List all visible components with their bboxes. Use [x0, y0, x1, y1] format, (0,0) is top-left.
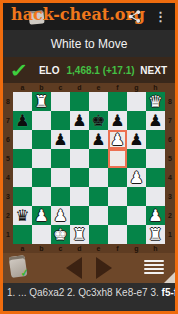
- rank-label-6: 6: [3, 130, 13, 149]
- rank-label-5: 5: [165, 149, 175, 168]
- square-e6[interactable]: ♟: [89, 130, 108, 149]
- rank-label-8: 8: [165, 92, 175, 111]
- move-list-text: 1. ... Qa6xa2 2. Qc3xh8 Ke8-e7 3.: [7, 287, 159, 298]
- square-a1[interactable]: [13, 225, 32, 244]
- menu-icon[interactable]: [143, 259, 165, 275]
- file-label-a: a: [13, 244, 32, 253]
- square-e5[interactable]: [89, 149, 108, 168]
- black-pawn-d7: ♟: [70, 111, 89, 130]
- square-g7[interactable]: [127, 111, 146, 130]
- square-e3[interactable]: [89, 187, 108, 206]
- square-c4[interactable]: [51, 168, 70, 187]
- black-pawn-g6: ♟: [127, 130, 146, 149]
- prev-move-button[interactable]: [66, 257, 82, 279]
- square-b3[interactable]: [32, 187, 51, 206]
- square-g1[interactable]: [127, 225, 146, 244]
- file-labels-bottom: abcdefgh: [3, 244, 175, 253]
- square-h5[interactable]: [146, 149, 165, 168]
- square-b5[interactable]: [32, 149, 51, 168]
- square-b6[interactable]: [32, 130, 51, 149]
- square-f3[interactable]: [108, 187, 127, 206]
- bottom-toolbar: ✓: [3, 253, 175, 283]
- black-pawn-a7: ♟: [13, 111, 32, 130]
- square-c1[interactable]: ♚: [51, 225, 70, 244]
- black-pawn-h7: ♟: [146, 111, 165, 130]
- square-c2[interactable]: ♟: [51, 206, 70, 225]
- action-bar: hack-cheat.org ⋮: [3, 3, 175, 30]
- rank-label-5: 5: [3, 149, 13, 168]
- square-e4[interactable]: [89, 168, 108, 187]
- square-a7[interactable]: ♟: [13, 111, 32, 130]
- rank-label-2: 2: [165, 206, 175, 225]
- square-f2[interactable]: [108, 206, 127, 225]
- file-labels-top: abcdefgh: [3, 83, 175, 92]
- file-label-c: c: [51, 244, 70, 253]
- chess-board: abcdefgh 87654321 ♜♛♟♟♚♟♟♟♟♟♟♟♛♟♟♟♚♜♜ 87…: [3, 83, 175, 253]
- square-a2[interactable]: ♛: [13, 206, 32, 225]
- elo-bar: ✓ ELO 1,468.1 (+17.1) NEXT: [3, 57, 175, 83]
- solved-puzzle-icon[interactable]: ✓: [9, 255, 28, 278]
- rank-label-2: 2: [3, 206, 13, 225]
- square-f6[interactable]: ♟: [108, 130, 127, 149]
- board-grid: ♜♛♟♟♚♟♟♟♟♟♟♟♛♟♟♟♚♜♜: [13, 92, 165, 244]
- file-label-d: d: [70, 83, 89, 92]
- file-label-h: h: [146, 83, 165, 92]
- square-a6[interactable]: [13, 130, 32, 149]
- next-button[interactable]: NEXT: [140, 65, 167, 76]
- square-f5[interactable]: [108, 149, 127, 168]
- elo-rating: 1,468.1 (+17.1): [66, 65, 134, 76]
- file-label-a: a: [13, 83, 32, 92]
- square-b4[interactable]: [32, 168, 51, 187]
- move-list[interactable]: 1. ... Qa6xa2 2. Qc3xh8 Ke8-e7 3. f5-f6: [3, 283, 175, 311]
- current-move: f5-f6: [162, 287, 178, 298]
- square-a8[interactable]: [13, 92, 32, 111]
- rank-label-3: 3: [165, 187, 175, 206]
- file-label-h: h: [146, 244, 165, 253]
- elo-label: ELO: [39, 65, 60, 76]
- black-king-e7: ♚: [89, 111, 108, 130]
- square-b7[interactable]: [32, 111, 51, 130]
- square-h4[interactable]: [146, 168, 165, 187]
- next-move-button[interactable]: [96, 257, 112, 279]
- square-h2[interactable]: ♟: [146, 206, 165, 225]
- square-d3[interactable]: [70, 187, 89, 206]
- file-label-f: f: [108, 83, 127, 92]
- black-pawn-c6: ♟: [51, 130, 70, 149]
- square-h7[interactable]: ♟: [146, 111, 165, 130]
- file-label-g: g: [127, 83, 146, 92]
- white-rook-h1: ♜: [146, 225, 165, 244]
- square-h8[interactable]: ♛: [146, 92, 165, 111]
- square-h3[interactable]: [146, 187, 165, 206]
- square-c8[interactable]: [51, 92, 70, 111]
- white-king-c1: ♚: [51, 225, 70, 244]
- black-pawn-e6: ♟: [89, 130, 108, 149]
- white-pawn-b2: ♟: [32, 206, 51, 225]
- square-g2[interactable]: [127, 206, 146, 225]
- white-rook-d1: ♜: [70, 225, 89, 244]
- square-f1[interactable]: [108, 225, 127, 244]
- square-c7[interactable]: [51, 111, 70, 130]
- square-c5[interactable]: [51, 149, 70, 168]
- file-label-g: g: [127, 244, 146, 253]
- square-h6[interactable]: [146, 130, 165, 149]
- file-label-c: c: [51, 83, 70, 92]
- file-label-e: e: [89, 244, 108, 253]
- square-e7[interactable]: ♚: [89, 111, 108, 130]
- resize-corner-icon: [164, 272, 175, 283]
- square-g3[interactable]: [127, 187, 146, 206]
- square-d2[interactable]: [70, 206, 89, 225]
- square-d1[interactable]: ♜: [70, 225, 89, 244]
- square-b8[interactable]: ♜: [32, 92, 51, 111]
- square-g6[interactable]: ♟: [127, 130, 146, 149]
- correct-check-icon: ✓: [9, 61, 28, 80]
- white-rook-b8: ♜: [32, 92, 51, 111]
- white-pawn-f6: ♟: [108, 130, 127, 149]
- square-c3[interactable]: [51, 187, 70, 206]
- white-queen-h8: ♛: [146, 92, 165, 111]
- file-label-b: b: [32, 83, 51, 92]
- black-queen-a2: ♛: [13, 206, 32, 225]
- square-d5[interactable]: [70, 149, 89, 168]
- file-label-f: f: [108, 244, 127, 253]
- status-title: White to Move: [51, 37, 128, 51]
- square-a4[interactable]: [13, 168, 32, 187]
- square-e8[interactable]: [89, 92, 108, 111]
- square-d4[interactable]: [70, 168, 89, 187]
- square-d8[interactable]: [70, 92, 89, 111]
- white-pawn-g4: ♟: [127, 168, 146, 187]
- black-pawn-f7: ♟: [108, 111, 127, 130]
- square-g4[interactable]: ♟: [127, 168, 146, 187]
- rank-label-8: 8: [3, 92, 13, 111]
- square-b2[interactable]: ♟: [32, 206, 51, 225]
- square-g5[interactable]: [127, 149, 146, 168]
- white-pawn-c2: ♟: [51, 206, 70, 225]
- file-label-e: e: [89, 83, 108, 92]
- app-window: hack-cheat.org ⋮ White to Move ✓ ELO 1,4…: [0, 0, 178, 314]
- square-d6[interactable]: [70, 130, 89, 149]
- share-icon[interactable]: [127, 9, 142, 24]
- rank-label-3: 3: [3, 187, 13, 206]
- square-g8[interactable]: [127, 92, 146, 111]
- rank-label-1: 1: [3, 225, 13, 244]
- rank-label-4: 4: [165, 168, 175, 187]
- square-a3[interactable]: [13, 187, 32, 206]
- rank-label-7: 7: [3, 111, 13, 130]
- square-c6[interactable]: ♟: [51, 130, 70, 149]
- square-b1[interactable]: [32, 225, 51, 244]
- white-pawn-h2: ♟: [146, 206, 165, 225]
- square-h1[interactable]: ♜: [146, 225, 165, 244]
- rank-label-6: 6: [165, 130, 175, 149]
- square-a5[interactable]: [13, 149, 32, 168]
- file-label-b: b: [32, 244, 51, 253]
- square-f4[interactable]: [108, 168, 127, 187]
- file-label-d: d: [70, 244, 89, 253]
- rank-labels-right: 87654321: [165, 92, 175, 244]
- square-d7[interactable]: ♟: [70, 111, 89, 130]
- overflow-menu-icon[interactable]: ⋮: [152, 8, 169, 25]
- rank-label-7: 7: [165, 111, 175, 130]
- rank-label-4: 4: [3, 168, 13, 187]
- square-f7[interactable]: ♟: [108, 111, 127, 130]
- rank-label-1: 1: [165, 225, 175, 244]
- square-e1[interactable]: [89, 225, 108, 244]
- solved-check-icon: ✓: [20, 267, 30, 279]
- status-bar: White to Move: [3, 30, 175, 57]
- rank-labels-left: 87654321: [3, 92, 13, 244]
- watermark-text: hack-cheat.org: [11, 5, 145, 24]
- square-e2[interactable]: [89, 206, 108, 225]
- square-f8[interactable]: [108, 92, 127, 111]
